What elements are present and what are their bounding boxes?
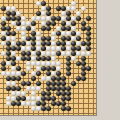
- black-stone: [46, 106, 51, 111]
- white-stone: [26, 66, 31, 71]
- black-stone: [66, 96, 71, 101]
- black-stone: [16, 76, 21, 81]
- black-stone: [46, 26, 51, 31]
- white-stone: [71, 56, 76, 61]
- black-stone: [21, 71, 26, 76]
- white-stone: [81, 6, 86, 11]
- black-stone: [36, 71, 41, 76]
- black-stone: [66, 71, 71, 76]
- white-stone: [36, 86, 41, 91]
- window-background: [0, 0, 120, 120]
- black-stone: [71, 81, 76, 86]
- go-board[interactable]: [0, 0, 97, 116]
- white-stone: [71, 6, 76, 11]
- black-stone: [81, 76, 86, 81]
- black-stone: [76, 16, 81, 21]
- black-stone: [66, 106, 71, 111]
- black-stone: [31, 76, 36, 81]
- white-stone: [86, 51, 91, 56]
- black-stone: [86, 66, 91, 71]
- black-stone: [51, 21, 56, 26]
- black-stone: [86, 16, 91, 21]
